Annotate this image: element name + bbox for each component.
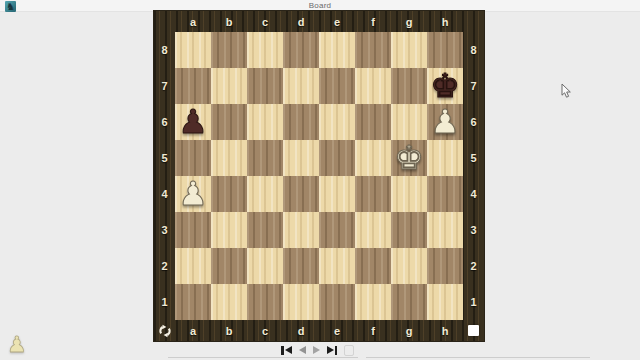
file-label-f: f [355, 11, 391, 32]
file-label-bottom-h: h [427, 320, 463, 341]
rank-label-left-5: 5 [154, 140, 175, 176]
square-f5[interactable] [355, 140, 391, 176]
rank-label-left-3: 3 [154, 212, 175, 248]
rank-label-left-2: 2 [154, 248, 175, 284]
panel-divider [168, 357, 358, 358]
mouse-cursor [561, 83, 573, 100]
file-label-bottom-b: b [211, 320, 247, 341]
square-b3[interactable] [211, 212, 247, 248]
square-g6[interactable] [391, 104, 427, 140]
square-e1[interactable] [319, 284, 355, 320]
square-c1[interactable] [247, 284, 283, 320]
rank-label-left-1: 1 [154, 284, 175, 320]
go-to-end-button[interactable] [327, 346, 338, 355]
square-d3[interactable] [283, 212, 319, 248]
square-c8[interactable] [247, 32, 283, 68]
square-a5[interactable] [175, 140, 211, 176]
skip-to-start-icon [281, 346, 284, 355]
rank-label-left-4: 4 [154, 176, 175, 212]
square-g2[interactable] [391, 248, 427, 284]
rank-label-right-7: 7 [463, 68, 484, 104]
rank-label-left-8: 8 [154, 32, 175, 68]
square-f6[interactable] [355, 104, 391, 140]
square-e5[interactable] [319, 140, 355, 176]
rank-label-right-2: 2 [463, 248, 484, 284]
frame-corner-top-right [463, 11, 484, 32]
square-a4[interactable]: ♟ [175, 176, 211, 212]
panel-divider [366, 357, 590, 358]
square-d6[interactable] [283, 104, 319, 140]
square-e6[interactable] [319, 104, 355, 140]
file-label-bottom-a: a [175, 320, 211, 341]
square-e7[interactable] [319, 68, 355, 104]
file-label-bottom-g: g [391, 320, 427, 341]
square-c3[interactable] [247, 212, 283, 248]
square-d1[interactable] [283, 284, 319, 320]
piece-black-pawn[interactable]: ♟ [178, 104, 208, 140]
square-g8[interactable] [391, 32, 427, 68]
rank-label-right-5: 5 [463, 140, 484, 176]
step-forward-button[interactable] [313, 346, 320, 354]
turn-indicator-white [468, 325, 479, 336]
file-label-bottom-f: f [355, 320, 391, 341]
piece-black-king[interactable]: ♚ [430, 68, 460, 104]
square-c4[interactable] [247, 176, 283, 212]
square-h6[interactable]: ♟ [427, 104, 463, 140]
app-window: Board ♞ abcdefgh887♚76♟♟65♚54♟4332211abc… [0, 0, 640, 360]
file-label-e: e [319, 11, 355, 32]
move-navigation [281, 344, 354, 356]
square-c6[interactable] [247, 104, 283, 140]
square-g5[interactable]: ♚ [391, 140, 427, 176]
square-d8[interactable] [283, 32, 319, 68]
square-a2[interactable] [175, 248, 211, 284]
rotate-arrows-icon [158, 324, 172, 338]
rank-label-right-3: 3 [463, 212, 484, 248]
piece-white-pawn[interactable]: ♟ [178, 176, 208, 212]
square-b4[interactable] [211, 176, 247, 212]
rank-label-left-7: 7 [154, 68, 175, 104]
file-label-b: b [211, 11, 247, 32]
square-d4[interactable] [283, 176, 319, 212]
next-icon [313, 346, 320, 354]
square-e3[interactable] [319, 212, 355, 248]
file-label-bottom-c: c [247, 320, 283, 341]
square-h7[interactable]: ♚ [427, 68, 463, 104]
square-b2[interactable] [211, 248, 247, 284]
file-label-bottom-d: d [283, 320, 319, 341]
square-d5[interactable] [283, 140, 319, 176]
file-label-a: a [175, 11, 211, 32]
file-label-h: h [427, 11, 463, 32]
rank-label-right-1: 1 [463, 284, 484, 320]
square-b5[interactable] [211, 140, 247, 176]
go-to-start-button[interactable] [281, 346, 292, 355]
piece-white-pawn[interactable]: ♟ [430, 104, 460, 140]
knight-icon[interactable]: ♞ [5, 1, 16, 12]
frame-corner-top-left [154, 11, 175, 32]
square-h8[interactable] [427, 32, 463, 68]
square-e4[interactable] [319, 176, 355, 212]
rank-label-right-8: 8 [463, 32, 484, 68]
square-b1[interactable] [211, 284, 247, 320]
square-h5[interactable] [427, 140, 463, 176]
rank-label-right-6: 6 [463, 104, 484, 140]
square-b8[interactable] [211, 32, 247, 68]
square-g7[interactable] [391, 68, 427, 104]
square-g4[interactable] [391, 176, 427, 212]
square-f7[interactable] [355, 68, 391, 104]
window-title: Board [0, 1, 640, 10]
turn-indicator-corner [463, 320, 484, 341]
square-c7[interactable] [247, 68, 283, 104]
piece-white-king[interactable]: ♚ [394, 140, 424, 176]
file-label-bottom-e: e [319, 320, 355, 341]
square-a7[interactable] [175, 68, 211, 104]
white-pawn-icon: ♟ [7, 333, 27, 357]
square-d7[interactable] [283, 68, 319, 104]
rank-label-left-6: 6 [154, 104, 175, 140]
skip-to-end-icon [327, 346, 334, 354]
square-e8[interactable] [319, 32, 355, 68]
square-f4[interactable] [355, 176, 391, 212]
square-a6[interactable]: ♟ [175, 104, 211, 140]
autoplay-icon [344, 345, 354, 356]
square-h4[interactable] [427, 176, 463, 212]
square-f3[interactable] [355, 212, 391, 248]
square-a1[interactable] [175, 284, 211, 320]
rank-label-right-4: 4 [463, 176, 484, 212]
square-g1[interactable] [391, 284, 427, 320]
square-e2[interactable] [319, 248, 355, 284]
square-g3[interactable] [391, 212, 427, 248]
square-d2[interactable] [283, 248, 319, 284]
square-h2[interactable] [427, 248, 463, 284]
square-c5[interactable] [247, 140, 283, 176]
step-back-button[interactable] [299, 346, 306, 354]
square-h1[interactable] [427, 284, 463, 320]
square-a3[interactable] [175, 212, 211, 248]
square-f8[interactable] [355, 32, 391, 68]
autoplay-button[interactable] [344, 345, 354, 356]
file-label-c: c [247, 11, 283, 32]
previous-icon [299, 346, 306, 354]
square-b6[interactable] [211, 104, 247, 140]
chess-board: abcdefgh887♚76♟♟65♚54♟4332211abcdefgh [154, 11, 484, 341]
flip-board-button[interactable] [154, 320, 175, 341]
square-h3[interactable] [427, 212, 463, 248]
square-a8[interactable] [175, 32, 211, 68]
square-c2[interactable] [247, 248, 283, 284]
square-f1[interactable] [355, 284, 391, 320]
square-f2[interactable] [355, 248, 391, 284]
file-label-g: g [391, 11, 427, 32]
file-label-d: d [283, 11, 319, 32]
square-b7[interactable] [211, 68, 247, 104]
